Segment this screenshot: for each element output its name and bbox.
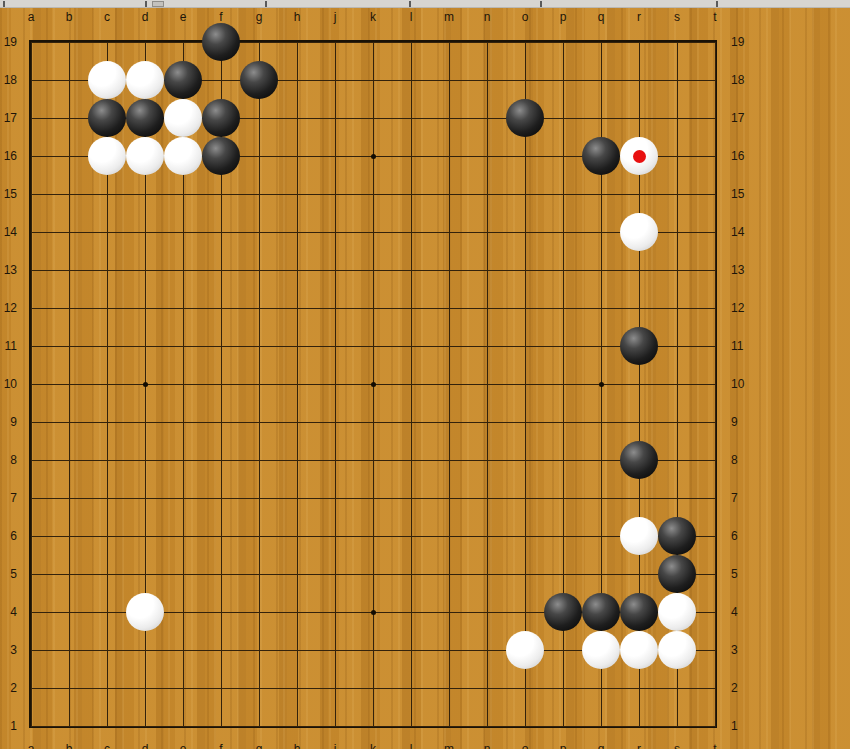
coord-label: 19 (731, 23, 757, 61)
coord-label: 7 (731, 479, 757, 517)
coord-label: 18 (731, 61, 757, 99)
coord-label: c (88, 10, 126, 24)
stone-black (544, 593, 582, 631)
coord-label: b (50, 10, 88, 24)
stone-black (202, 23, 240, 61)
last-move-marker (633, 150, 646, 163)
coord-label: p (544, 10, 582, 24)
stone-black (506, 99, 544, 137)
toolbar-artifact-icon (716, 1, 718, 7)
go-board-screen: abcdefghjklmnopqrst abcdefghjklmnopqrst … (0, 0, 850, 749)
coord-label: 2 (731, 669, 757, 707)
coord-label: 15 (731, 175, 757, 213)
coord-label: m (430, 10, 468, 24)
coord-label: 10 (731, 365, 757, 403)
toolbar-artifact-icon (409, 1, 411, 7)
stone-black (240, 61, 278, 99)
coord-label: 11 (731, 327, 757, 365)
coord-label: 16 (731, 137, 757, 175)
stone-black (658, 555, 696, 593)
stone-black (582, 593, 620, 631)
stone-white (126, 137, 164, 175)
coord-label: l (392, 10, 430, 24)
coord-label: 3 (731, 631, 757, 669)
stone-white (658, 631, 696, 669)
coord-label: 5 (731, 555, 757, 593)
stone-black (620, 593, 658, 631)
stone-white (164, 99, 202, 137)
toolbar-artifact-icon (145, 1, 147, 7)
coord-label: g (240, 10, 278, 24)
stone-black (88, 99, 126, 137)
coord-label: q (582, 10, 620, 24)
coord-label: s (658, 10, 696, 24)
stone-black (202, 137, 240, 175)
coord-label: h (278, 10, 316, 24)
coord-label: f (202, 10, 240, 24)
coord-label: j (316, 10, 354, 24)
stones-layer (12, 23, 734, 745)
coord-label: e (164, 10, 202, 24)
stone-white (506, 631, 544, 669)
stone-white (582, 631, 620, 669)
stone-white (88, 61, 126, 99)
coord-label: t (696, 10, 734, 24)
coord-label: 6 (731, 517, 757, 555)
stone-white (620, 137, 658, 175)
stone-black (620, 327, 658, 365)
stone-white (620, 631, 658, 669)
toolbar-artifact-icon (265, 1, 267, 7)
coord-label: k (354, 10, 392, 24)
stone-black (126, 99, 164, 137)
stone-white (126, 61, 164, 99)
coord-label: 1 (731, 707, 757, 745)
stone-white (164, 137, 202, 175)
coord-label: o (506, 10, 544, 24)
stone-white (126, 593, 164, 631)
stone-white (620, 213, 658, 251)
stone-black (202, 99, 240, 137)
coord-label: r (620, 10, 658, 24)
stone-white (88, 137, 126, 175)
row-labels-right: 19181716151413121110987654321 (731, 23, 757, 745)
stone-black (582, 137, 620, 175)
stone-black (658, 517, 696, 555)
coord-label: a (12, 10, 50, 24)
coord-label: 4 (731, 593, 757, 631)
stone-white (658, 593, 696, 631)
stone-black (164, 61, 202, 99)
cropped-toolbar-strip (0, 0, 850, 8)
coord-label: 13 (731, 251, 757, 289)
coord-label: d (126, 10, 164, 24)
coord-label: 17 (731, 99, 757, 137)
coord-label: 12 (731, 289, 757, 327)
coord-label: 9 (731, 403, 757, 441)
coord-label: n (468, 10, 506, 24)
column-labels-top: abcdefghjklmnopqrst (12, 10, 734, 24)
coord-label: 14 (731, 213, 757, 251)
toolbar-artifact-icon (152, 1, 164, 7)
coord-label: 8 (731, 441, 757, 479)
stone-black (620, 441, 658, 479)
toolbar-artifact-icon (540, 1, 542, 7)
toolbar-artifact-icon (3, 1, 5, 7)
stone-white (620, 517, 658, 555)
